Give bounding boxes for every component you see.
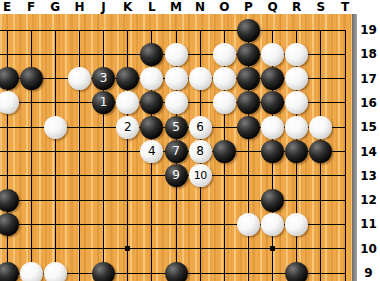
stone-white-K15: 2 <box>116 116 139 139</box>
stone-white-M16 <box>165 91 188 114</box>
grid-line-col-G <box>55 30 56 281</box>
stone-white-M17 <box>165 67 188 90</box>
go-diagram: 31579264810 EFGHJKLMNOPQRST 191817161514… <box>0 0 380 281</box>
stone-white-R17 <box>285 67 308 90</box>
col-label-L: L <box>142 0 162 14</box>
col-label-G: G <box>45 0 65 14</box>
col-label-O: O <box>214 0 234 14</box>
stone-black-M14: 7 <box>165 140 188 163</box>
stone-black-J9 <box>92 262 115 281</box>
move-number-9: 9 <box>172 164 180 187</box>
stone-black-S14 <box>309 140 332 163</box>
col-label-M: M <box>166 0 186 14</box>
stone-black-P18 <box>237 43 260 66</box>
grid-line-row-19 <box>0 30 346 31</box>
move-number-10: 10 <box>194 164 207 187</box>
row-label-10: 10 <box>357 242 380 256</box>
stone-white-O18 <box>213 43 236 66</box>
row-labels-strip: 191817161514131211109 <box>357 14 380 281</box>
stone-black-P15 <box>237 116 260 139</box>
stone-black-M15: 5 <box>165 116 188 139</box>
stone-black-E9 <box>0 262 19 281</box>
grid-line-col-T <box>345 30 346 281</box>
stone-white-R18 <box>285 43 308 66</box>
row-label-14: 14 <box>357 145 380 159</box>
stone-black-P19 <box>237 19 260 42</box>
stone-black-Q12 <box>261 189 284 212</box>
move-number-6: 6 <box>196 116 204 139</box>
stone-black-Q17 <box>261 67 284 90</box>
stone-black-E11 <box>0 213 19 236</box>
row-label-18: 18 <box>357 47 380 61</box>
stone-white-K16 <box>116 91 139 114</box>
stone-black-O14 <box>213 140 236 163</box>
stone-black-E12 <box>0 189 19 212</box>
col-label-S: S <box>311 0 331 14</box>
stone-white-H17 <box>68 67 91 90</box>
col-label-K: K <box>118 0 138 14</box>
col-label-J: J <box>94 0 114 14</box>
stone-black-E17 <box>0 67 19 90</box>
row-label-15: 15 <box>357 120 380 134</box>
stone-white-S15 <box>309 116 332 139</box>
move-number-7: 7 <box>172 140 180 163</box>
col-label-T: T <box>335 0 355 14</box>
col-label-R: R <box>287 0 307 14</box>
stone-black-L15 <box>140 116 163 139</box>
stone-white-R16 <box>285 91 308 114</box>
stone-black-P17 <box>237 67 260 90</box>
stone-black-M9 <box>165 262 188 281</box>
star-point-K10 <box>125 246 130 251</box>
stone-black-L16 <box>140 91 163 114</box>
stone-black-J17: 3 <box>92 67 115 90</box>
stone-white-R15 <box>285 116 308 139</box>
stone-black-Q14 <box>261 140 284 163</box>
row-label-19: 19 <box>357 23 380 37</box>
stone-white-F9 <box>20 262 43 281</box>
stone-white-G15 <box>44 116 67 139</box>
stone-black-J16: 1 <box>92 91 115 114</box>
stone-white-N15: 6 <box>189 116 212 139</box>
stone-white-N17 <box>189 67 212 90</box>
move-number-3: 3 <box>100 67 108 90</box>
stone-white-N14: 8 <box>189 140 212 163</box>
stone-white-E16 <box>0 91 19 114</box>
col-label-N: N <box>190 0 210 14</box>
stone-white-R11 <box>285 213 308 236</box>
stone-white-P11 <box>237 213 260 236</box>
move-number-4: 4 <box>148 140 156 163</box>
stone-black-R14 <box>285 140 308 163</box>
row-label-9: 9 <box>357 266 380 280</box>
stone-black-P16 <box>237 91 260 114</box>
row-label-16: 16 <box>357 96 380 110</box>
stone-black-R9 <box>285 262 308 281</box>
star-point-Q10 <box>270 246 275 251</box>
move-number-8: 8 <box>196 140 204 163</box>
move-number-1: 1 <box>100 91 108 114</box>
stone-black-L18 <box>140 43 163 66</box>
stone-white-G9 <box>44 262 67 281</box>
stone-white-O17 <box>213 67 236 90</box>
column-labels-strip: EFGHJKLMNOPQRST <box>0 0 380 14</box>
stone-black-K17 <box>116 67 139 90</box>
go-board[interactable]: 31579264810 <box>0 14 352 281</box>
row-label-17: 17 <box>357 72 380 86</box>
col-label-H: H <box>69 0 89 14</box>
stone-white-L17 <box>140 67 163 90</box>
col-label-Q: Q <box>263 0 283 14</box>
col-label-P: P <box>238 0 258 14</box>
stone-white-Q15 <box>261 116 284 139</box>
stone-black-M13: 9 <box>165 164 188 187</box>
row-label-12: 12 <box>357 193 380 207</box>
stone-white-M18 <box>165 43 188 66</box>
move-number-5: 5 <box>172 116 180 139</box>
stone-white-Q18 <box>261 43 284 66</box>
stone-white-Q11 <box>261 213 284 236</box>
stone-white-N13: 10 <box>189 164 212 187</box>
stone-white-L14: 4 <box>140 140 163 163</box>
row-label-11: 11 <box>357 217 380 231</box>
col-label-F: F <box>21 0 41 14</box>
stone-white-O16 <box>213 91 236 114</box>
grid-line-row-10 <box>0 248 346 249</box>
row-label-13: 13 <box>357 169 380 183</box>
stone-black-Q16 <box>261 91 284 114</box>
grid-line-row-12 <box>0 200 346 201</box>
move-number-2: 2 <box>124 116 132 139</box>
stone-black-F17 <box>20 67 43 90</box>
col-label-E: E <box>0 0 17 14</box>
